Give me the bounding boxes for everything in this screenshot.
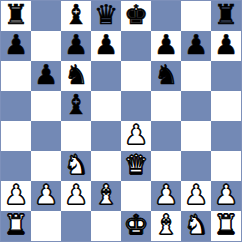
white-pawn[interactable]: ♟ [124,121,148,150]
square-c7[interactable]: ♟ [61,31,91,61]
square-f8[interactable] [151,1,181,31]
square-e2[interactable] [121,181,151,211]
white-rook[interactable]: ♜ [4,211,28,240]
square-b6[interactable]: ♟ [31,61,61,91]
black-pawn[interactable]: ♟ [64,31,88,60]
square-d5[interactable] [91,91,121,121]
square-h8[interactable]: ♜ [211,1,241,31]
square-f5[interactable] [151,91,181,121]
white-pawn[interactable]: ♟ [184,181,208,210]
black-pawn[interactable]: ♟ [94,31,118,60]
square-b1[interactable] [31,211,61,241]
square-c4[interactable] [61,121,91,151]
square-a5[interactable] [1,91,31,121]
square-b5[interactable] [31,91,61,121]
square-h6[interactable] [211,61,241,91]
square-f1[interactable]: ♝ [151,211,181,241]
square-b3[interactable] [31,151,61,181]
chess-board-container: ♜♝♛♚♜♟♟♟♟♟♟♟♞♞♝♟♞♛♟♟♟♝♟♟♟♜♚♝♞♜ [0,0,242,242]
square-b7[interactable] [31,31,61,61]
square-e5[interactable] [121,91,151,121]
black-pawn[interactable]: ♟ [154,31,178,60]
black-bishop[interactable]: ♝ [64,91,88,120]
square-f2[interactable]: ♟ [151,181,181,211]
square-h3[interactable] [211,151,241,181]
square-a7[interactable]: ♟ [1,31,31,61]
square-e8[interactable]: ♚ [121,1,151,31]
square-g6[interactable] [181,61,211,91]
square-g7[interactable]: ♟ [181,31,211,61]
black-pawn[interactable]: ♟ [4,31,28,60]
square-e1[interactable]: ♚ [121,211,151,241]
square-b8[interactable] [31,1,61,31]
chess-board: ♜♝♛♚♜♟♟♟♟♟♟♟♞♞♝♟♞♛♟♟♟♝♟♟♟♜♚♝♞♜ [0,0,242,242]
square-g2[interactable]: ♟ [181,181,211,211]
white-pawn[interactable]: ♟ [34,181,58,210]
black-rook[interactable]: ♜ [214,1,238,30]
square-f4[interactable] [151,121,181,151]
square-b2[interactable]: ♟ [31,181,61,211]
square-d6[interactable] [91,61,121,91]
black-queen[interactable]: ♛ [94,1,118,30]
square-g4[interactable] [181,121,211,151]
square-f7[interactable]: ♟ [151,31,181,61]
square-e6[interactable] [121,61,151,91]
square-h5[interactable] [211,91,241,121]
square-c3[interactable]: ♞ [61,151,91,181]
square-g8[interactable] [181,1,211,31]
black-king[interactable]: ♚ [124,1,148,30]
square-c6[interactable]: ♞ [61,61,91,91]
square-e7[interactable] [121,31,151,61]
square-c8[interactable]: ♝ [61,1,91,31]
square-d2[interactable]: ♝ [91,181,121,211]
square-d7[interactable]: ♟ [91,31,121,61]
square-g5[interactable] [181,91,211,121]
white-pawn[interactable]: ♟ [4,181,28,210]
black-rook[interactable]: ♜ [4,1,28,30]
square-d1[interactable] [91,211,121,241]
square-h4[interactable] [211,121,241,151]
square-b4[interactable] [31,121,61,151]
square-f6[interactable]: ♞ [151,61,181,91]
white-rook[interactable]: ♜ [214,211,238,240]
white-bishop[interactable]: ♝ [154,211,178,240]
square-h2[interactable]: ♟ [211,181,241,211]
white-pawn[interactable]: ♟ [64,181,88,210]
white-knight[interactable]: ♞ [64,151,88,180]
black-knight[interactable]: ♞ [154,61,178,90]
white-king[interactable]: ♚ [124,211,148,240]
black-pawn[interactable]: ♟ [34,61,58,90]
black-pawn[interactable]: ♟ [214,31,238,60]
square-a4[interactable] [1,121,31,151]
square-d4[interactable] [91,121,121,151]
white-knight[interactable]: ♞ [184,211,208,240]
square-a8[interactable]: ♜ [1,1,31,31]
black-pawn[interactable]: ♟ [184,31,208,60]
square-c1[interactable] [61,211,91,241]
square-d8[interactable]: ♛ [91,1,121,31]
square-g3[interactable] [181,151,211,181]
square-h1[interactable]: ♜ [211,211,241,241]
square-g1[interactable]: ♞ [181,211,211,241]
square-e4[interactable]: ♟ [121,121,151,151]
square-a6[interactable] [1,61,31,91]
white-pawn[interactable]: ♟ [214,181,238,210]
square-h7[interactable]: ♟ [211,31,241,61]
white-queen[interactable]: ♛ [124,151,148,180]
square-a1[interactable]: ♜ [1,211,31,241]
black-knight[interactable]: ♞ [64,61,88,90]
square-d3[interactable] [91,151,121,181]
white-pawn[interactable]: ♟ [154,181,178,210]
square-a3[interactable] [1,151,31,181]
square-c2[interactable]: ♟ [61,181,91,211]
black-bishop[interactable]: ♝ [64,1,88,30]
square-f3[interactable] [151,151,181,181]
square-a2[interactable]: ♟ [1,181,31,211]
white-bishop[interactable]: ♝ [94,181,118,210]
square-e3[interactable]: ♛ [121,151,151,181]
square-c5[interactable]: ♝ [61,91,91,121]
